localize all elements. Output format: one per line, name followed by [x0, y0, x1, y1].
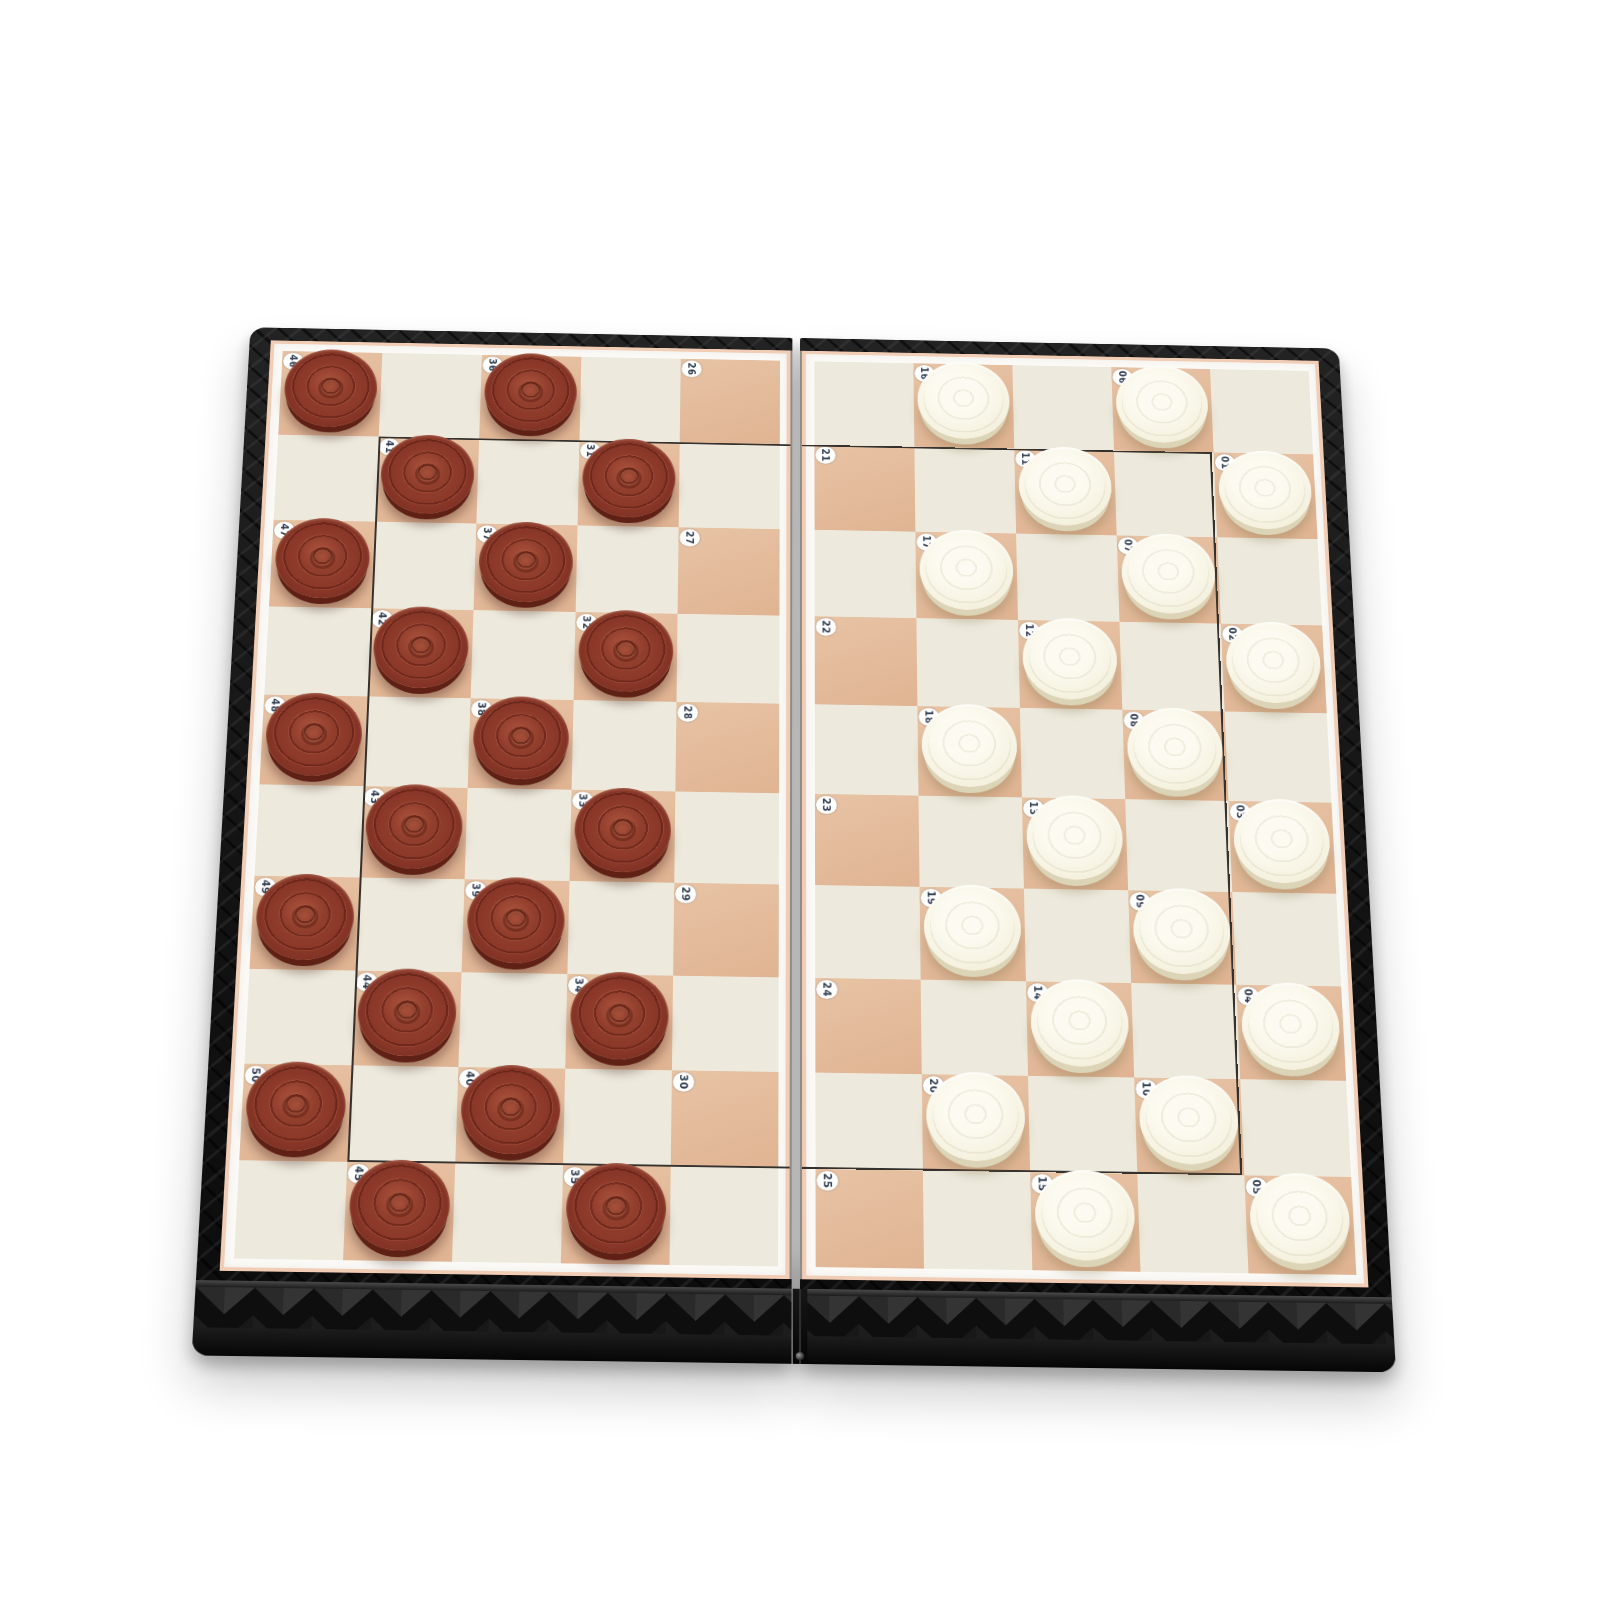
square-41[interactable]: 41: [375, 437, 479, 524]
maroon-piece-square-36[interactable]: [483, 353, 577, 432]
light-square: [364, 696, 471, 788]
square-49[interactable]: 49: [250, 876, 360, 971]
cream-piece-square-15[interactable]: [1034, 1169, 1136, 1261]
square-13[interactable]: 13: [1022, 797, 1128, 890]
light-square: [476, 438, 579, 525]
maroon-piece-square-45[interactable]: [348, 1159, 452, 1251]
light-square: [1131, 983, 1240, 1079]
square-12[interactable]: 12: [1018, 620, 1122, 710]
light-square: [916, 618, 1020, 708]
square-number-label: 29: [675, 885, 696, 904]
maroon-piece-square-46[interactable]: [283, 349, 379, 428]
maroon-piece-square-31[interactable]: [582, 438, 676, 518]
square-36[interactable]: 36: [479, 355, 581, 441]
square-25[interactable]: 25: [815, 1169, 924, 1269]
cream-piece-square-06[interactable]: [1115, 365, 1209, 444]
square-01[interactable]: 01: [1214, 452, 1318, 539]
light-square: [1020, 708, 1125, 799]
square-21[interactable]: 21: [814, 445, 915, 532]
square-35[interactable]: 35: [561, 1165, 671, 1265]
cream-piece-square-17[interactable]: [919, 529, 1014, 610]
light-square: [1225, 711, 1332, 802]
square-34[interactable]: 34: [565, 974, 673, 1070]
square-number-label: 22: [816, 618, 837, 636]
maroon-piece-square-33[interactable]: [574, 787, 672, 873]
square-23[interactable]: 23: [815, 794, 920, 887]
maroon-piece-square-35[interactable]: [565, 1162, 666, 1254]
square-27[interactable]: 27: [678, 527, 780, 615]
light-square: [814, 361, 914, 446]
cream-piece-square-14[interactable]: [1030, 979, 1130, 1068]
light-square: [679, 442, 780, 529]
square-42[interactable]: 42: [367, 608, 473, 698]
maroon-piece-square-40[interactable]: [460, 1064, 561, 1154]
square-32[interactable]: 32: [574, 612, 678, 702]
light-square: [921, 980, 1028, 1076]
right-half-grid: 1606211101170722120218082313031909241404…: [814, 361, 1354, 1275]
maroon-piece-square-37[interactable]: [478, 521, 574, 603]
light-square: [1028, 1076, 1137, 1174]
hinge-seam: [793, 1289, 808, 1364]
light-square: [347, 1065, 458, 1163]
square-09[interactable]: 09: [1128, 890, 1236, 984]
light-square: [676, 614, 779, 704]
cream-piece-square-03[interactable]: [1232, 798, 1332, 884]
square-18[interactable]: 18: [917, 706, 1021, 797]
cream-piece-square-01[interactable]: [1217, 450, 1313, 530]
light-square: [923, 1171, 1032, 1271]
light-square: [670, 1167, 779, 1267]
square-19[interactable]: 19: [920, 887, 1026, 982]
square-33[interactable]: 33: [569, 790, 675, 883]
cream-piece-square-10[interactable]: [1138, 1075, 1240, 1165]
light-square: [815, 1073, 923, 1171]
square-08[interactable]: 08: [1122, 710, 1228, 801]
square-40[interactable]: 40: [455, 1067, 565, 1165]
light-square: [255, 784, 364, 877]
left-half-print: 4636264131473727423248382843334939294434…: [220, 340, 793, 1279]
maroon-piece-square-44[interactable]: [356, 968, 458, 1057]
photo-background: 4636264131473727423248382843334939294434…: [0, 0, 1600, 1600]
square-10[interactable]: 10: [1134, 1078, 1244, 1176]
square-number-label: 21: [815, 446, 835, 463]
square-number-label: 23: [816, 796, 837, 815]
left-half-grid: 4636264131473727423248382843334939294434…: [234, 351, 778, 1267]
cream-piece-square-08[interactable]: [1126, 707, 1224, 791]
light-square: [567, 881, 674, 976]
light-square: [371, 522, 476, 610]
square-48[interactable]: 48: [259, 695, 367, 787]
case-front-edge-left: [192, 1280, 792, 1364]
cream-piece-square-07[interactable]: [1120, 533, 1216, 614]
square-07[interactable]: 07: [1117, 535, 1221, 623]
cream-piece-square-16[interactable]: [917, 361, 1010, 440]
light-square: [1125, 799, 1232, 892]
square-30[interactable]: 30: [671, 1070, 779, 1168]
case-frame-left: 4636264131473727423248382843334939294434…: [196, 327, 792, 1288]
maroon-piece-square-38[interactable]: [472, 696, 570, 780]
light-square: [465, 788, 572, 881]
light-square: [576, 525, 679, 613]
maroon-piece-square-34[interactable]: [570, 971, 670, 1060]
right-half-print: 1606211101170722120218082313031909241404…: [800, 351, 1368, 1288]
square-17[interactable]: 17: [915, 532, 1018, 620]
light-square: [1137, 1174, 1248, 1274]
cream-piece-square-02[interactable]: [1225, 621, 1323, 704]
square-31[interactable]: 31: [578, 440, 680, 527]
light-square: [1012, 365, 1114, 450]
square-38[interactable]: 38: [468, 698, 574, 789]
square-number-label: 30: [673, 1072, 695, 1092]
maroon-piece-square-43[interactable]: [364, 784, 464, 870]
square-14[interactable]: 14: [1026, 981, 1134, 1077]
case-frame-right: 1606211101170722120218082313031909241404…: [800, 338, 1392, 1297]
light-square: [452, 1163, 563, 1263]
light-square: [815, 885, 921, 980]
square-06[interactable]: 06: [1111, 367, 1213, 452]
square-26[interactable]: 26: [680, 359, 780, 444]
light-square: [914, 447, 1016, 534]
light-square: [674, 791, 779, 884]
cream-piece-square-18[interactable]: [921, 704, 1017, 788]
light-square: [244, 969, 355, 1065]
light-square: [1016, 534, 1119, 622]
square-02[interactable]: 02: [1221, 624, 1327, 714]
hinge-pin: [796, 1352, 804, 1360]
light-square: [379, 353, 482, 439]
cream-piece-square-11[interactable]: [1018, 446, 1113, 526]
maroon-piece-square-32[interactable]: [578, 610, 674, 693]
square-44[interactable]: 44: [351, 971, 461, 1067]
light-square: [815, 704, 919, 795]
cream-piece-square-04[interactable]: [1240, 982, 1341, 1071]
light-square: [1232, 892, 1341, 986]
square-16[interactable]: 16: [913, 363, 1014, 448]
light-square: [1240, 1079, 1351, 1177]
light-square: [1210, 369, 1313, 454]
square-24[interactable]: 24: [815, 978, 922, 1074]
board-right-half: 1606211101170722120218082313031909241404…: [800, 338, 1396, 1372]
cream-piece-square-13[interactable]: [1026, 795, 1124, 881]
light-square: [579, 357, 680, 442]
light-square: [1217, 537, 1322, 625]
square-number-label: 28: [677, 704, 698, 722]
square-22[interactable]: 22: [815, 616, 918, 706]
square-37[interactable]: 37: [474, 524, 578, 612]
square-50[interactable]: 50: [239, 1064, 351, 1162]
light-square: [471, 610, 576, 700]
light-square: [1024, 889, 1131, 983]
maroon-piece-square-41[interactable]: [379, 434, 475, 514]
light-square: [458, 972, 567, 1068]
square-20[interactable]: 20: [922, 1074, 1030, 1172]
square-05[interactable]: 05: [1244, 1175, 1356, 1275]
square-15[interactable]: 15: [1030, 1172, 1140, 1272]
square-29[interactable]: 29: [673, 883, 779, 978]
square-number-label: 24: [816, 980, 837, 999]
square-45[interactable]: 45: [343, 1162, 455, 1262]
cream-piece-square-20[interactable]: [926, 1072, 1026, 1162]
square-number-label: 25: [817, 1171, 839, 1191]
cream-piece-square-19[interactable]: [924, 884, 1022, 971]
light-square: [274, 435, 379, 522]
square-number-label: 26: [681, 360, 701, 377]
square-04[interactable]: 04: [1236, 985, 1346, 1081]
light-square: [356, 878, 465, 973]
square-03[interactable]: 03: [1228, 801, 1336, 894]
draughts-board: 4636264131473727423248382843334939294434…: [192, 327, 1405, 1372]
board-left-half: 4636264131473727423248382843334939294434…: [192, 327, 793, 1364]
cream-piece-square-12[interactable]: [1022, 618, 1118, 701]
square-28[interactable]: 28: [675, 702, 779, 793]
square-46[interactable]: 46: [278, 351, 382, 437]
light-square: [1119, 622, 1224, 712]
light-square: [672, 976, 779, 1072]
case-front-edge-right: [800, 1289, 1396, 1372]
cream-piece-square-05[interactable]: [1248, 1173, 1351, 1265]
cream-piece-square-09[interactable]: [1132, 888, 1232, 975]
maroon-piece-square-39[interactable]: [466, 877, 566, 964]
maroon-piece-square-42[interactable]: [372, 606, 470, 689]
square-47[interactable]: 47: [269, 520, 375, 608]
light-square: [264, 606, 371, 696]
light-square: [815, 530, 917, 618]
light-square: [234, 1160, 347, 1260]
square-43[interactable]: 43: [360, 786, 468, 879]
light-square: [918, 796, 1023, 889]
light-square: [563, 1069, 672, 1167]
square-39[interactable]: 39: [462, 879, 570, 974]
square-number-label: 27: [679, 529, 700, 547]
square-11[interactable]: 11: [1014, 449, 1116, 536]
light-square: [572, 700, 677, 791]
light-square: [1114, 451, 1217, 538]
